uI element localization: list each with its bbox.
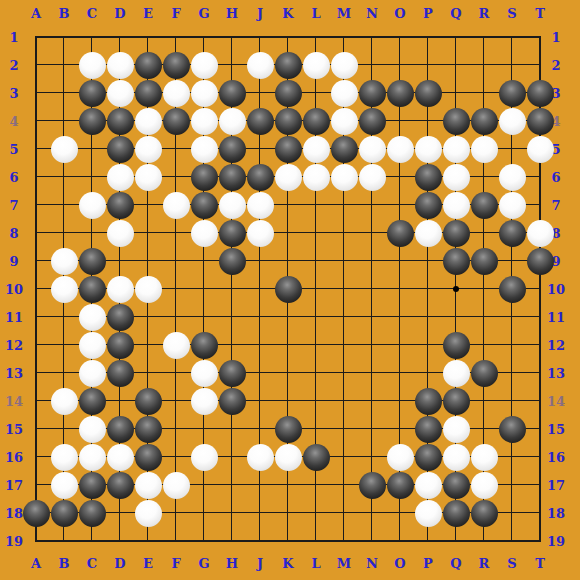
intersection-J13[interactable] — [246, 359, 274, 387]
intersection-B9[interactable] — [50, 247, 78, 275]
intersection-O11[interactable] — [386, 303, 414, 331]
intersection-B1[interactable] — [50, 23, 78, 51]
intersection-O3[interactable] — [386, 79, 414, 107]
intersection-R15[interactable] — [470, 415, 498, 443]
intersection-N19[interactable] — [358, 527, 386, 555]
intersection-P13[interactable] — [414, 359, 442, 387]
intersection-F8[interactable] — [162, 219, 190, 247]
intersection-B10[interactable] — [50, 275, 78, 303]
intersection-P16[interactable] — [414, 443, 442, 471]
intersection-B13[interactable] — [50, 359, 78, 387]
intersection-M3[interactable] — [330, 79, 358, 107]
intersection-P6[interactable] — [414, 163, 442, 191]
intersection-S6[interactable] — [498, 163, 526, 191]
intersection-T4[interactable] — [526, 107, 554, 135]
intersection-G8[interactable] — [190, 219, 218, 247]
intersection-M12[interactable] — [330, 331, 358, 359]
intersection-L8[interactable] — [302, 219, 330, 247]
intersection-A5[interactable] — [22, 135, 50, 163]
intersection-H12[interactable] — [218, 331, 246, 359]
intersection-A2[interactable] — [22, 51, 50, 79]
intersection-C4[interactable] — [78, 107, 106, 135]
intersection-C17[interactable] — [78, 471, 106, 499]
intersection-K2[interactable] — [274, 51, 302, 79]
intersection-Q6[interactable] — [442, 163, 470, 191]
intersection-P12[interactable] — [414, 331, 442, 359]
intersection-S2[interactable] — [498, 51, 526, 79]
intersection-G9[interactable] — [190, 247, 218, 275]
intersection-M1[interactable] — [330, 23, 358, 51]
intersection-N11[interactable] — [358, 303, 386, 331]
intersection-D8[interactable] — [106, 219, 134, 247]
intersection-C9[interactable] — [78, 247, 106, 275]
intersection-E17[interactable] — [134, 471, 162, 499]
intersection-E5[interactable] — [134, 135, 162, 163]
intersection-K4[interactable] — [274, 107, 302, 135]
intersection-H8[interactable] — [218, 219, 246, 247]
intersection-T11[interactable] — [526, 303, 554, 331]
intersection-C5[interactable] — [78, 135, 106, 163]
intersection-O5[interactable] — [386, 135, 414, 163]
intersection-E10[interactable] — [134, 275, 162, 303]
intersection-N15[interactable] — [358, 415, 386, 443]
intersection-M10[interactable] — [330, 275, 358, 303]
intersection-A17[interactable] — [22, 471, 50, 499]
intersection-G5[interactable] — [190, 135, 218, 163]
intersection-H5[interactable] — [218, 135, 246, 163]
intersection-F18[interactable] — [162, 499, 190, 527]
intersection-J14[interactable] — [246, 387, 274, 415]
intersection-R9[interactable] — [470, 247, 498, 275]
intersection-E14[interactable] — [134, 387, 162, 415]
intersection-G14[interactable] — [190, 387, 218, 415]
intersection-F4[interactable] — [162, 107, 190, 135]
intersection-C3[interactable] — [78, 79, 106, 107]
intersection-N14[interactable] — [358, 387, 386, 415]
intersection-H6[interactable] — [218, 163, 246, 191]
intersection-N9[interactable] — [358, 247, 386, 275]
intersection-P9[interactable] — [414, 247, 442, 275]
intersection-E13[interactable] — [134, 359, 162, 387]
intersection-Q1[interactable] — [442, 23, 470, 51]
intersection-J8[interactable] — [246, 219, 274, 247]
intersection-F10[interactable] — [162, 275, 190, 303]
intersection-O8[interactable] — [386, 219, 414, 247]
intersection-E11[interactable] — [134, 303, 162, 331]
intersection-K18[interactable] — [274, 499, 302, 527]
intersection-L2[interactable] — [302, 51, 330, 79]
intersection-O12[interactable] — [386, 331, 414, 359]
intersection-G13[interactable] — [190, 359, 218, 387]
intersection-G3[interactable] — [190, 79, 218, 107]
intersection-L19[interactable] — [302, 527, 330, 555]
intersection-H4[interactable] — [218, 107, 246, 135]
intersection-O4[interactable] — [386, 107, 414, 135]
intersection-G12[interactable] — [190, 331, 218, 359]
intersection-R10[interactable] — [470, 275, 498, 303]
intersection-T2[interactable] — [526, 51, 554, 79]
intersection-E2[interactable] — [134, 51, 162, 79]
intersection-M17[interactable] — [330, 471, 358, 499]
intersection-O2[interactable] — [386, 51, 414, 79]
intersection-E19[interactable] — [134, 527, 162, 555]
intersection-G18[interactable] — [190, 499, 218, 527]
intersection-K1[interactable] — [274, 23, 302, 51]
intersection-N6[interactable] — [358, 163, 386, 191]
intersection-M9[interactable] — [330, 247, 358, 275]
intersection-P19[interactable] — [414, 527, 442, 555]
intersection-J12[interactable] — [246, 331, 274, 359]
intersection-F6[interactable] — [162, 163, 190, 191]
intersection-A13[interactable] — [22, 359, 50, 387]
intersection-E3[interactable] — [134, 79, 162, 107]
intersection-K16[interactable] — [274, 443, 302, 471]
intersection-K17[interactable] — [274, 471, 302, 499]
intersection-T10[interactable] — [526, 275, 554, 303]
intersection-P2[interactable] — [414, 51, 442, 79]
intersection-L16[interactable] — [302, 443, 330, 471]
intersection-Q19[interactable] — [442, 527, 470, 555]
intersection-P10[interactable] — [414, 275, 442, 303]
intersection-C13[interactable] — [78, 359, 106, 387]
intersection-A6[interactable] — [22, 163, 50, 191]
intersection-B14[interactable] — [50, 387, 78, 415]
intersection-D11[interactable] — [106, 303, 134, 331]
intersection-R17[interactable] — [470, 471, 498, 499]
intersection-J6[interactable] — [246, 163, 274, 191]
intersection-M16[interactable] — [330, 443, 358, 471]
intersection-T1[interactable] — [526, 23, 554, 51]
intersection-P11[interactable] — [414, 303, 442, 331]
intersection-J1[interactable] — [246, 23, 274, 51]
intersection-O19[interactable] — [386, 527, 414, 555]
intersection-N5[interactable] — [358, 135, 386, 163]
intersection-B5[interactable] — [50, 135, 78, 163]
intersection-G4[interactable] — [190, 107, 218, 135]
intersection-P17[interactable] — [414, 471, 442, 499]
intersection-R4[interactable] — [470, 107, 498, 135]
intersection-G15[interactable] — [190, 415, 218, 443]
intersection-G17[interactable] — [190, 471, 218, 499]
intersection-Q18[interactable] — [442, 499, 470, 527]
intersection-H15[interactable] — [218, 415, 246, 443]
intersection-H19[interactable] — [218, 527, 246, 555]
intersection-O16[interactable] — [386, 443, 414, 471]
intersection-S8[interactable] — [498, 219, 526, 247]
intersection-B15[interactable] — [50, 415, 78, 443]
intersection-K9[interactable] — [274, 247, 302, 275]
intersection-T18[interactable] — [526, 499, 554, 527]
intersection-H11[interactable] — [218, 303, 246, 331]
intersection-D12[interactable] — [106, 331, 134, 359]
intersection-F7[interactable] — [162, 191, 190, 219]
intersection-M13[interactable] — [330, 359, 358, 387]
intersection-K3[interactable] — [274, 79, 302, 107]
intersection-Q17[interactable] — [442, 471, 470, 499]
intersection-T5[interactable] — [526, 135, 554, 163]
intersection-Q13[interactable] — [442, 359, 470, 387]
intersection-R18[interactable] — [470, 499, 498, 527]
intersection-S5[interactable] — [498, 135, 526, 163]
intersection-P7[interactable] — [414, 191, 442, 219]
intersection-D6[interactable] — [106, 163, 134, 191]
intersection-A11[interactable] — [22, 303, 50, 331]
intersection-O6[interactable] — [386, 163, 414, 191]
intersection-L9[interactable] — [302, 247, 330, 275]
intersection-D3[interactable] — [106, 79, 134, 107]
intersection-P18[interactable] — [414, 499, 442, 527]
intersection-H2[interactable] — [218, 51, 246, 79]
intersection-G6[interactable] — [190, 163, 218, 191]
intersection-K15[interactable] — [274, 415, 302, 443]
intersection-G2[interactable] — [190, 51, 218, 79]
intersection-L10[interactable] — [302, 275, 330, 303]
intersection-S10[interactable] — [498, 275, 526, 303]
intersection-L1[interactable] — [302, 23, 330, 51]
intersection-N2[interactable] — [358, 51, 386, 79]
intersection-J4[interactable] — [246, 107, 274, 135]
intersection-L5[interactable] — [302, 135, 330, 163]
intersection-C11[interactable] — [78, 303, 106, 331]
intersection-A15[interactable] — [22, 415, 50, 443]
intersection-C8[interactable] — [78, 219, 106, 247]
intersection-C1[interactable] — [78, 23, 106, 51]
intersection-O1[interactable] — [386, 23, 414, 51]
intersection-S9[interactable] — [498, 247, 526, 275]
intersection-T17[interactable] — [526, 471, 554, 499]
intersection-A14[interactable] — [22, 387, 50, 415]
intersection-F2[interactable] — [162, 51, 190, 79]
intersection-D7[interactable] — [106, 191, 134, 219]
intersection-E1[interactable] — [134, 23, 162, 51]
intersection-T8[interactable] — [526, 219, 554, 247]
intersection-F1[interactable] — [162, 23, 190, 51]
intersection-F5[interactable] — [162, 135, 190, 163]
intersection-B19[interactable] — [50, 527, 78, 555]
intersection-B3[interactable] — [50, 79, 78, 107]
intersection-L18[interactable] — [302, 499, 330, 527]
intersection-F9[interactable] — [162, 247, 190, 275]
intersection-M11[interactable] — [330, 303, 358, 331]
intersection-L3[interactable] — [302, 79, 330, 107]
intersection-F15[interactable] — [162, 415, 190, 443]
intersection-J18[interactable] — [246, 499, 274, 527]
intersection-L13[interactable] — [302, 359, 330, 387]
intersection-T9[interactable] — [526, 247, 554, 275]
intersection-D15[interactable] — [106, 415, 134, 443]
intersection-J9[interactable] — [246, 247, 274, 275]
intersection-S3[interactable] — [498, 79, 526, 107]
intersection-F16[interactable] — [162, 443, 190, 471]
intersection-M14[interactable] — [330, 387, 358, 415]
intersection-O7[interactable] — [386, 191, 414, 219]
intersection-G19[interactable] — [190, 527, 218, 555]
intersection-K10[interactable] — [274, 275, 302, 303]
intersection-K7[interactable] — [274, 191, 302, 219]
intersection-F3[interactable] — [162, 79, 190, 107]
intersection-D18[interactable] — [106, 499, 134, 527]
intersection-J19[interactable] — [246, 527, 274, 555]
intersection-R8[interactable] — [470, 219, 498, 247]
intersection-D2[interactable] — [106, 51, 134, 79]
intersection-T13[interactable] — [526, 359, 554, 387]
intersection-Q10[interactable] — [442, 275, 470, 303]
intersection-Q8[interactable] — [442, 219, 470, 247]
intersection-F14[interactable] — [162, 387, 190, 415]
intersection-F12[interactable] — [162, 331, 190, 359]
intersection-J7[interactable] — [246, 191, 274, 219]
intersection-T16[interactable] — [526, 443, 554, 471]
intersection-K11[interactable] — [274, 303, 302, 331]
intersection-G1[interactable] — [190, 23, 218, 51]
intersection-J17[interactable] — [246, 471, 274, 499]
intersection-L14[interactable] — [302, 387, 330, 415]
intersection-H18[interactable] — [218, 499, 246, 527]
intersection-B7[interactable] — [50, 191, 78, 219]
intersection-J16[interactable] — [246, 443, 274, 471]
intersection-L7[interactable] — [302, 191, 330, 219]
intersection-E4[interactable] — [134, 107, 162, 135]
intersection-S16[interactable] — [498, 443, 526, 471]
intersection-C10[interactable] — [78, 275, 106, 303]
intersection-O18[interactable] — [386, 499, 414, 527]
intersection-A7[interactable] — [22, 191, 50, 219]
intersection-K8[interactable] — [274, 219, 302, 247]
intersection-Q15[interactable] — [442, 415, 470, 443]
intersection-B4[interactable] — [50, 107, 78, 135]
intersection-N17[interactable] — [358, 471, 386, 499]
intersection-C2[interactable] — [78, 51, 106, 79]
intersection-S15[interactable] — [498, 415, 526, 443]
intersection-R5[interactable] — [470, 135, 498, 163]
intersection-A3[interactable] — [22, 79, 50, 107]
intersection-D17[interactable] — [106, 471, 134, 499]
intersection-Q7[interactable] — [442, 191, 470, 219]
intersection-R6[interactable] — [470, 163, 498, 191]
intersection-A18[interactable] — [22, 499, 50, 527]
intersection-D19[interactable] — [106, 527, 134, 555]
intersection-E12[interactable] — [134, 331, 162, 359]
intersection-D16[interactable] — [106, 443, 134, 471]
intersection-Q5[interactable] — [442, 135, 470, 163]
intersection-H3[interactable] — [218, 79, 246, 107]
intersection-K19[interactable] — [274, 527, 302, 555]
intersection-T15[interactable] — [526, 415, 554, 443]
intersection-M4[interactable] — [330, 107, 358, 135]
intersection-C19[interactable] — [78, 527, 106, 555]
intersection-N18[interactable] — [358, 499, 386, 527]
intersection-M19[interactable] — [330, 527, 358, 555]
intersection-R19[interactable] — [470, 527, 498, 555]
intersection-M6[interactable] — [330, 163, 358, 191]
intersection-J15[interactable] — [246, 415, 274, 443]
intersection-F11[interactable] — [162, 303, 190, 331]
intersection-P3[interactable] — [414, 79, 442, 107]
intersection-B6[interactable] — [50, 163, 78, 191]
intersection-G7[interactable] — [190, 191, 218, 219]
intersection-A10[interactable] — [22, 275, 50, 303]
intersection-S12[interactable] — [498, 331, 526, 359]
intersection-C15[interactable] — [78, 415, 106, 443]
intersection-G11[interactable] — [190, 303, 218, 331]
intersection-L6[interactable] — [302, 163, 330, 191]
intersection-R14[interactable] — [470, 387, 498, 415]
intersection-F13[interactable] — [162, 359, 190, 387]
intersection-S11[interactable] — [498, 303, 526, 331]
intersection-J2[interactable] — [246, 51, 274, 79]
intersection-L11[interactable] — [302, 303, 330, 331]
intersection-Q11[interactable] — [442, 303, 470, 331]
intersection-T6[interactable] — [526, 163, 554, 191]
intersection-G10[interactable] — [190, 275, 218, 303]
intersection-O17[interactable] — [386, 471, 414, 499]
intersection-N7[interactable] — [358, 191, 386, 219]
intersection-N8[interactable] — [358, 219, 386, 247]
intersection-P4[interactable] — [414, 107, 442, 135]
intersection-P14[interactable] — [414, 387, 442, 415]
intersection-M15[interactable] — [330, 415, 358, 443]
intersection-T19[interactable] — [526, 527, 554, 555]
intersection-C16[interactable] — [78, 443, 106, 471]
intersection-F17[interactable] — [162, 471, 190, 499]
intersection-Q2[interactable] — [442, 51, 470, 79]
intersection-H14[interactable] — [218, 387, 246, 415]
intersection-H9[interactable] — [218, 247, 246, 275]
intersection-O15[interactable] — [386, 415, 414, 443]
intersection-B17[interactable] — [50, 471, 78, 499]
intersection-D5[interactable] — [106, 135, 134, 163]
intersection-K5[interactable] — [274, 135, 302, 163]
intersection-D1[interactable] — [106, 23, 134, 51]
intersection-E16[interactable] — [134, 443, 162, 471]
intersection-A19[interactable] — [22, 527, 50, 555]
intersection-A8[interactable] — [22, 219, 50, 247]
intersection-S14[interactable] — [498, 387, 526, 415]
intersection-S4[interactable] — [498, 107, 526, 135]
intersection-N10[interactable] — [358, 275, 386, 303]
intersection-A12[interactable] — [22, 331, 50, 359]
intersection-S7[interactable] — [498, 191, 526, 219]
intersection-E6[interactable] — [134, 163, 162, 191]
intersection-N12[interactable] — [358, 331, 386, 359]
intersection-L12[interactable] — [302, 331, 330, 359]
intersection-A9[interactable] — [22, 247, 50, 275]
intersection-O14[interactable] — [386, 387, 414, 415]
intersection-M5[interactable] — [330, 135, 358, 163]
intersection-P5[interactable] — [414, 135, 442, 163]
intersection-C7[interactable] — [78, 191, 106, 219]
intersection-Q4[interactable] — [442, 107, 470, 135]
intersection-J3[interactable] — [246, 79, 274, 107]
intersection-K12[interactable] — [274, 331, 302, 359]
intersection-Q3[interactable] — [442, 79, 470, 107]
intersection-K6[interactable] — [274, 163, 302, 191]
intersection-E9[interactable] — [134, 247, 162, 275]
intersection-S18[interactable] — [498, 499, 526, 527]
intersection-L15[interactable] — [302, 415, 330, 443]
intersection-N4[interactable] — [358, 107, 386, 135]
intersection-N16[interactable] — [358, 443, 386, 471]
intersection-Q14[interactable] — [442, 387, 470, 415]
intersection-B16[interactable] — [50, 443, 78, 471]
intersection-D14[interactable] — [106, 387, 134, 415]
intersection-F19[interactable] — [162, 527, 190, 555]
intersection-R7[interactable] — [470, 191, 498, 219]
intersection-E8[interactable] — [134, 219, 162, 247]
intersection-L4[interactable] — [302, 107, 330, 135]
intersection-C14[interactable] — [78, 387, 106, 415]
intersection-S19[interactable] — [498, 527, 526, 555]
